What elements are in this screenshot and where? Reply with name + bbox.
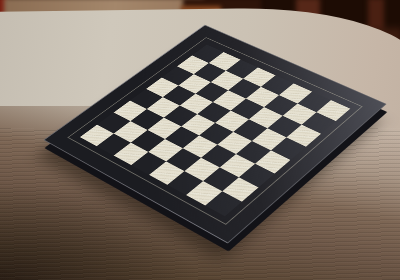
photo-scene: [0, 0, 400, 280]
chessboard-scene: [0, 0, 400, 280]
chessboard: [43, 25, 386, 244]
